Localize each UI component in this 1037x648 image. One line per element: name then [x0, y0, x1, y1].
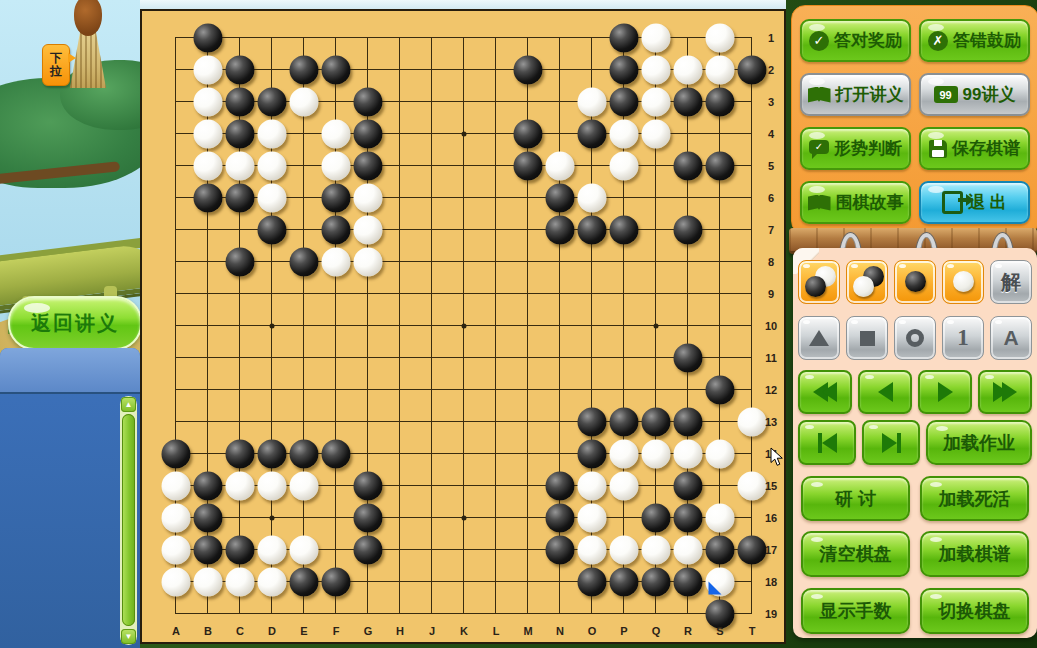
load-kifu-button-label: 加载棋谱 — [939, 542, 1011, 566]
white-stone-A18[interactable] — [161, 567, 190, 596]
white-stone-B2[interactable] — [193, 55, 222, 84]
button-gloss — [809, 24, 825, 31]
background-strip — [140, 0, 786, 9]
button-gloss — [809, 186, 825, 193]
exit-button[interactable]: 退 出 — [919, 181, 1030, 224]
black-stone-C8[interactable] — [225, 247, 254, 276]
tassel-icon[interactable] — [74, 0, 102, 36]
black-stone-G16[interactable] — [353, 503, 382, 532]
floppy-icon — [929, 140, 947, 158]
button-gloss — [995, 320, 1002, 324]
return-button-label: 返回讲义 — [31, 310, 119, 337]
lecture-list-header — [0, 348, 140, 394]
load-life-death-button-label: 加载死活 — [939, 487, 1011, 511]
black-stone-P18[interactable] — [609, 567, 638, 596]
black-stone-B17[interactable] — [193, 535, 222, 564]
white-stone-E17[interactable] — [289, 535, 318, 564]
black-stone-F2[interactable] — [321, 55, 350, 84]
black-stone-C14[interactable] — [225, 439, 254, 468]
open-lecture-button[interactable]: 打开讲义 — [800, 73, 911, 116]
column-label-T: T — [749, 625, 756, 637]
alternate-black-first-button[interactable] — [798, 260, 840, 304]
white-stone-B18[interactable] — [193, 567, 222, 596]
button-gloss — [803, 320, 810, 324]
left-sidebar: 下 拉 返回讲义 ▲ ▼ — [0, 0, 140, 648]
black-stone-E2[interactable] — [289, 55, 318, 84]
white-stone-P4[interactable] — [609, 119, 638, 148]
white-stone-Q1[interactable] — [641, 23, 670, 52]
row-label-12: 12 — [762, 384, 780, 396]
white-stone-S14[interactable] — [705, 439, 734, 468]
fast-backward-icon — [816, 382, 834, 402]
white-stone-D5[interactable] — [257, 151, 286, 180]
white-stone-Q3[interactable] — [641, 87, 670, 116]
black-stone-R15[interactable] — [673, 471, 702, 500]
lecture-list-panel: ▲ ▼ — [0, 348, 140, 648]
column-label-L: L — [493, 625, 500, 637]
black-stone-R16[interactable] — [673, 503, 702, 532]
number-marker-icon: 1 — [957, 325, 969, 351]
show-move-numbers-button[interactable]: 显示手数 — [801, 588, 910, 634]
button-gloss — [936, 426, 948, 431]
white-stone-E3[interactable] — [289, 87, 318, 116]
white-stone-R17[interactable] — [673, 535, 702, 564]
black-stone-O4[interactable] — [577, 119, 606, 148]
step-backward-icon — [878, 382, 893, 402]
white-stone-F5[interactable] — [321, 151, 350, 180]
black-stone-C2[interactable] — [225, 55, 254, 84]
black-stone-R18[interactable] — [673, 567, 702, 596]
book-99-icon: 99 — [934, 86, 958, 103]
button-gloss — [805, 375, 814, 379]
step-backward-button[interactable] — [858, 370, 912, 414]
go-story-button[interactable]: 围棋故事 — [800, 181, 911, 224]
black-stone-P3[interactable] — [609, 87, 638, 116]
mouse-cursor — [770, 447, 784, 471]
black-stone-G17[interactable] — [353, 535, 382, 564]
white-stone-G6[interactable] — [353, 183, 382, 212]
black-stone-N6[interactable] — [545, 183, 574, 212]
discuss-button[interactable]: 研 讨 — [801, 476, 910, 521]
star-point — [653, 323, 658, 328]
column-label-H: H — [396, 625, 404, 637]
column-label-O: O — [588, 625, 597, 637]
white-stone-D15[interactable] — [257, 471, 286, 500]
triangle-marker-button[interactable] — [798, 316, 840, 360]
go-story-button-label: 围棋故事 — [836, 191, 904, 214]
black-stone-E14[interactable] — [289, 439, 318, 468]
jump-to-end-button[interactable] — [862, 420, 920, 465]
white-stone-S1[interactable] — [705, 23, 734, 52]
button-gloss — [851, 264, 858, 268]
white-stone-A17[interactable] — [161, 535, 190, 564]
column-label-B: B — [204, 625, 212, 637]
situation-judge-button[interactable]: ✓形势判断 — [800, 127, 911, 170]
black-stone-F14[interactable] — [321, 439, 350, 468]
black-stone-R3[interactable] — [673, 87, 702, 116]
switch-board-button[interactable]: 切换棋盘 — [920, 588, 1029, 634]
square-marker-icon — [860, 331, 875, 346]
white-stone-D4[interactable] — [257, 119, 286, 148]
save-kifu-button-label: 保存棋谱 — [952, 137, 1020, 160]
button-gloss — [803, 264, 810, 268]
action-row-2: 清空棋盘加载棋谱 — [801, 531, 1029, 577]
row-label-7: 7 — [762, 224, 780, 236]
row-label-9: 9 — [762, 288, 780, 300]
button-gloss — [928, 78, 944, 85]
x-circle-icon: ✗ — [928, 31, 948, 51]
black-stone-B6[interactable] — [193, 183, 222, 212]
column-label-C: C — [236, 625, 244, 637]
black-stone-M5[interactable] — [513, 151, 542, 180]
action-row-3: 显示手数切换棋盘 — [801, 588, 1029, 634]
white-stone-D6[interactable] — [257, 183, 286, 212]
button-gloss — [925, 375, 934, 379]
button-gloss — [809, 132, 825, 139]
white-stone-C15[interactable] — [225, 471, 254, 500]
black-stone-D14[interactable] — [257, 439, 286, 468]
switch-board-button-label: 切换棋盘 — [939, 599, 1011, 623]
white-stone-B5[interactable] — [193, 151, 222, 180]
white-stone-O17[interactable] — [577, 535, 606, 564]
black-stone-G5[interactable] — [353, 151, 382, 180]
white-stone-B3[interactable] — [193, 87, 222, 116]
letter-marker-icon: A — [1003, 326, 1018, 350]
load-life-death-button[interactable]: 加载死活 — [920, 476, 1029, 521]
save-kifu-button[interactable]: 保存棋谱 — [919, 127, 1030, 170]
white-stone-D17[interactable] — [257, 535, 286, 564]
black-stone-P13[interactable] — [609, 407, 638, 436]
fast-forward-icon — [996, 382, 1014, 402]
star-point — [269, 515, 274, 520]
correct-reward-button[interactable]: ✓答对奖励 — [800, 19, 911, 62]
column-label-Q: Q — [652, 625, 661, 637]
white-stone-G8[interactable] — [353, 247, 382, 276]
black-stone-B16[interactable] — [193, 503, 222, 532]
button-gloss — [930, 594, 942, 599]
black-stone-C17[interactable] — [225, 535, 254, 564]
open-lecture-button-label: 打开讲义 — [836, 83, 904, 106]
black-stone-Q13[interactable] — [641, 407, 670, 436]
black-stone-E18[interactable] — [289, 567, 318, 596]
column-label-J: J — [429, 625, 435, 637]
row-label-5: 5 — [762, 160, 780, 172]
black-stone-G3[interactable] — [353, 87, 382, 116]
star-point — [461, 323, 466, 328]
white-stone-icon — [853, 276, 874, 297]
black-stone-O14[interactable] — [577, 439, 606, 468]
black-stone-N16[interactable] — [545, 503, 574, 532]
white-stone-O3[interactable] — [577, 87, 606, 116]
top-button-grid: ✓答对奖励✗答错鼓励打开讲义9999讲义✓形势判断保存棋谱围棋故事退 出 — [800, 19, 1030, 224]
star-point — [269, 323, 274, 328]
black-stone-F7[interactable] — [321, 215, 350, 244]
scroll-thumb[interactable] — [122, 414, 135, 626]
answer-button[interactable]: 解 — [990, 260, 1032, 304]
black-stone-G4[interactable] — [353, 119, 382, 148]
white-stone-E15[interactable] — [289, 471, 318, 500]
button-gloss — [928, 132, 944, 139]
column-label-D: D — [268, 625, 276, 637]
check-circle-icon: ✓ — [809, 31, 829, 51]
black-stone-A14[interactable] — [161, 439, 190, 468]
black-stone-R7[interactable] — [673, 215, 702, 244]
star-point — [461, 515, 466, 520]
circle-marker-button[interactable] — [894, 316, 936, 360]
clear-board-button-label: 清空棋盘 — [820, 542, 892, 566]
black-stone-G15[interactable] — [353, 471, 382, 500]
white-stone-Q4[interactable] — [641, 119, 670, 148]
button-gloss — [805, 425, 814, 429]
action-row-1: 研 讨加载死活 — [801, 476, 1029, 521]
row-label-3: 3 — [762, 96, 780, 108]
black-stone-F6[interactable] — [321, 183, 350, 212]
step-forward-icon — [938, 382, 953, 402]
load-kifu-button[interactable]: 加载棋谱 — [920, 531, 1029, 577]
white-stone-C18[interactable] — [225, 567, 254, 596]
fast-backward-button[interactable] — [798, 370, 852, 414]
button-gloss — [899, 264, 906, 268]
alternate-white-first-button[interactable] — [846, 260, 888, 304]
black-stone-Q18[interactable] — [641, 567, 670, 596]
black-stone-O18[interactable] — [577, 567, 606, 596]
row-label-18: 18 — [762, 576, 780, 588]
open-book-icon — [808, 87, 831, 103]
row-label-10: 10 — [762, 320, 780, 332]
black-stone-S17[interactable] — [705, 535, 734, 564]
black-stone-B1[interactable] — [193, 23, 222, 52]
jump-end-icon — [882, 433, 901, 453]
black-stone-P7[interactable] — [609, 215, 638, 244]
row-label-2: 2 — [762, 64, 780, 76]
load-homework-label: 加载作业 — [943, 431, 1015, 455]
white-stone-P5[interactable] — [609, 151, 638, 180]
last-move-marker-icon — [708, 581, 721, 594]
white-stone-O6[interactable] — [577, 183, 606, 212]
place-black-button[interactable] — [894, 260, 936, 304]
triangle-marker-icon — [809, 330, 829, 346]
white-stone-Q14[interactable] — [641, 439, 670, 468]
letter-marker-button[interactable]: A — [990, 316, 1032, 360]
column-label-N: N — [556, 625, 564, 637]
white-stone-icon — [953, 271, 974, 292]
scroll-up-button[interactable]: ▲ — [121, 397, 136, 412]
white-stone-N5[interactable] — [545, 151, 574, 180]
scrollbar[interactable]: ▲ ▼ — [120, 396, 137, 645]
white-stone-C5[interactable] — [225, 151, 254, 180]
row-label-6: 6 — [762, 192, 780, 204]
row-label-17: 17 — [762, 544, 780, 556]
black-stone-F18[interactable] — [321, 567, 350, 596]
top-button-panel: ✓答对奖励✗答错鼓励打开讲义9999讲义✓形势判断保存棋谱围棋故事退 出 — [791, 5, 1037, 235]
button-gloss — [809, 78, 825, 85]
button-gloss — [869, 425, 878, 429]
black-stone-O13[interactable] — [577, 407, 606, 436]
discuss-button-label: 研 讨 — [835, 487, 876, 511]
clear-board-button[interactable]: 清空棋盘 — [801, 531, 910, 577]
white-stone-P15[interactable] — [609, 471, 638, 500]
black-stone-M4[interactable] — [513, 119, 542, 148]
black-stone-S19[interactable] — [705, 599, 734, 628]
button-gloss — [851, 320, 858, 324]
row-label-11: 11 — [762, 352, 780, 364]
return-to-lecture-button[interactable]: 返回讲义 — [8, 296, 140, 350]
wrong-encourage-button[interactable]: ✗答错鼓励 — [919, 19, 1030, 62]
black-stone-R5[interactable] — [673, 151, 702, 180]
exit-icon — [942, 191, 963, 214]
black-stone-P1[interactable] — [609, 23, 638, 52]
button-gloss — [930, 537, 942, 542]
button-gloss — [995, 264, 1002, 268]
jump-start-icon — [818, 433, 837, 453]
black-stone-N17[interactable] — [545, 535, 574, 564]
black-stone-Q16[interactable] — [641, 503, 670, 532]
column-label-M: M — [523, 625, 532, 637]
black-stone-R11[interactable] — [673, 343, 702, 372]
column-label-A: A — [172, 625, 180, 637]
button-gloss — [865, 375, 874, 379]
stone-mode-row: 解 — [798, 260, 1032, 304]
black-stone-icon — [905, 271, 926, 292]
bubble-check-icon: ✓ — [809, 140, 829, 154]
button-gloss — [985, 375, 994, 379]
row-label-15: 15 — [762, 480, 780, 492]
black-stone-C3[interactable] — [225, 87, 254, 116]
go-board: ABCDEFGHJKLMNOPQRST 12345678910111213141… — [140, 9, 786, 644]
show-move-numbers-button-label: 显示手数 — [820, 599, 892, 623]
black-stone-E8[interactable] — [289, 247, 318, 276]
button-gloss — [928, 24, 944, 31]
black-stone-O7[interactable] — [577, 215, 606, 244]
column-label-F: F — [333, 625, 340, 637]
white-stone-Q17[interactable] — [641, 535, 670, 564]
row-label-13: 13 — [762, 416, 780, 428]
answer-label: 解 — [1001, 269, 1021, 296]
story-book-icon — [808, 195, 831, 211]
star-point — [461, 131, 466, 136]
row-label-1: 1 — [762, 32, 780, 44]
black-stone-N7[interactable] — [545, 215, 574, 244]
black-stone-S5[interactable] — [705, 151, 734, 180]
place-white-button[interactable] — [942, 260, 984, 304]
black-stone-B15[interactable] — [193, 471, 222, 500]
pull-down-char-2: 拉 — [50, 65, 62, 78]
row-label-8: 8 — [762, 256, 780, 268]
column-label-E: E — [300, 625, 307, 637]
white-stone-O16[interactable] — [577, 503, 606, 532]
white-stone-G7[interactable] — [353, 215, 382, 244]
lecture-99-button-label: 99讲义 — [963, 83, 1016, 106]
jump-row: 加载作业 — [798, 420, 1032, 465]
row-label-16: 16 — [762, 512, 780, 524]
white-stone-O15[interactable] — [577, 471, 606, 500]
nav-row — [798, 370, 1032, 414]
wrong-encourage-button-label: 答错鼓励 — [953, 29, 1021, 52]
black-stone-C6[interactable] — [225, 183, 254, 212]
white-stone-B4[interactable] — [193, 119, 222, 148]
pull-down-tab[interactable]: 下 拉 — [42, 44, 70, 86]
button-gloss — [899, 320, 906, 324]
row-label-4: 4 — [762, 128, 780, 140]
black-stone-C4[interactable] — [225, 119, 254, 148]
white-stone-A16[interactable] — [161, 503, 190, 532]
load-homework-button[interactable]: 加载作业 — [926, 420, 1032, 465]
column-label-K: K — [460, 625, 468, 637]
column-label-P: P — [620, 625, 627, 637]
jump-to-start-button[interactable] — [798, 420, 856, 465]
white-stone-D18[interactable] — [257, 567, 286, 596]
step-forward-button[interactable] — [918, 370, 972, 414]
white-stone-Q2[interactable] — [641, 55, 670, 84]
white-stone-P17[interactable] — [609, 535, 638, 564]
column-label-S: S — [716, 625, 723, 637]
white-stone-F4[interactable] — [321, 119, 350, 148]
button-gloss — [811, 482, 823, 487]
black-stone-D7[interactable] — [257, 215, 286, 244]
black-stone-M2[interactable] — [513, 55, 542, 84]
go-board-grid[interactable] — [175, 37, 752, 614]
button-gloss — [811, 537, 823, 542]
black-stone-R13[interactable] — [673, 407, 702, 436]
number-marker-button[interactable]: 1 — [942, 316, 984, 360]
white-stone-S16[interactable] — [705, 503, 734, 532]
white-stone-S2[interactable] — [705, 55, 734, 84]
lecture-99-button[interactable]: 9999讲义 — [919, 73, 1030, 116]
white-stone-R14[interactable] — [673, 439, 702, 468]
white-stone-A15[interactable] — [161, 471, 190, 500]
black-stone-N15[interactable] — [545, 471, 574, 500]
tool-panel: 解 1A 加载作业 研 讨加载死活 清空棋盘加载棋谱 显示手数切换棋盘 — [793, 248, 1037, 638]
column-label-R: R — [684, 625, 692, 637]
button-gloss — [930, 482, 942, 487]
situation-judge-button-label: 形势判断 — [834, 137, 902, 160]
column-label-G: G — [364, 625, 373, 637]
button-gloss — [947, 264, 954, 268]
black-stone-icon — [805, 276, 826, 297]
button-gloss — [24, 303, 50, 313]
fast-forward-button[interactable] — [978, 370, 1032, 414]
black-stone-S12[interactable] — [705, 375, 734, 404]
scroll-down-button[interactable]: ▼ — [121, 629, 136, 644]
row-label-19: 19 — [762, 608, 780, 620]
circle-marker-icon — [906, 329, 924, 347]
marker-row: 1A — [798, 316, 1032, 360]
white-stone-R2[interactable] — [673, 55, 702, 84]
correct-reward-button-label: 答对奖励 — [834, 29, 902, 52]
white-stone-F8[interactable] — [321, 247, 350, 276]
black-stone-D3[interactable] — [257, 87, 286, 116]
black-stone-S3[interactable] — [705, 87, 734, 116]
white-stone-P14[interactable] — [609, 439, 638, 468]
button-gloss — [811, 594, 823, 599]
black-stone-P2[interactable] — [609, 55, 638, 84]
white-stone-S18[interactable] — [705, 567, 734, 596]
square-marker-button[interactable] — [846, 316, 888, 360]
button-gloss — [947, 320, 954, 324]
